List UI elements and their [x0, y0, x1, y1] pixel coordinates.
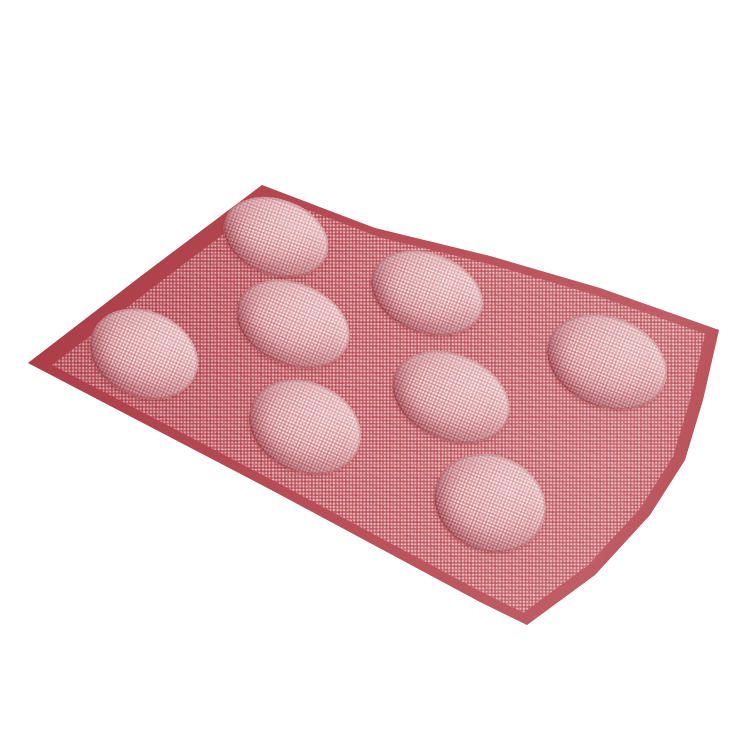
product-photo-stage: [0, 0, 750, 750]
